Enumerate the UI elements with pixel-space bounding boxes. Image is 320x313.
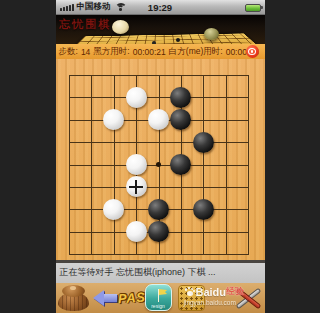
white-time-label: 白方(me)用时: [169, 46, 223, 58]
game-info-bar: 步数: 14 黑方用时: 00:00:21 白方(me)用时: 00:00:13 [56, 44, 265, 59]
white-stone [103, 199, 124, 220]
ios-status-bar: 中国移动 19:29 [56, 0, 265, 15]
black-stone [148, 199, 169, 220]
black-stone [170, 109, 191, 130]
resign-label: resign [146, 303, 171, 309]
black-time-label: 黑方用时: [93, 46, 129, 58]
white-stone [148, 109, 169, 130]
flag-icon [158, 289, 160, 302]
header-banner: 忘忧围棋 [56, 15, 265, 44]
tools-button[interactable] [234, 285, 264, 312]
stones-grid[interactable] [58, 64, 260, 266]
clock-label: 19:29 [56, 2, 265, 13]
waiting-status-message: 正在等待对手 忘忧围棋(iphone) 下棋 ... [56, 263, 265, 283]
white-stone [126, 87, 147, 108]
battery-icon [245, 4, 261, 12]
photo-stone [176, 38, 180, 42]
flag-icon [159, 289, 167, 295]
territory-count-button[interactable] [178, 285, 205, 311]
white-stone [103, 109, 124, 130]
last-move-marker [126, 176, 147, 197]
black-stone [148, 221, 169, 242]
black-stone [170, 87, 191, 108]
black-stone [193, 199, 214, 220]
moves-label: 步数: [59, 46, 78, 58]
goban-photo [56, 33, 265, 44]
bottom-toolbar: PASS resign Baidu 经验 jingyan.baidu.com [56, 283, 265, 313]
white-stone [126, 154, 147, 175]
moves-value: 14 [81, 47, 90, 57]
white-stone-bowl-photo [112, 20, 129, 34]
app-screen: 中国移动 19:29 忘忧围棋 步数: 14 黑方用时: 00:00:21 白方… [56, 0, 265, 313]
app-title: 忘忧围棋 [60, 17, 112, 32]
go-board[interactable] [56, 59, 265, 260]
black-stone [170, 154, 191, 175]
white-stone [126, 221, 147, 242]
black-stone [193, 132, 214, 153]
stone-bowl-button[interactable] [58, 285, 89, 311]
white-stone [126, 176, 147, 197]
weibo-share-icon[interactable] [246, 45, 259, 58]
black-time-value: 00:00:21 [133, 47, 166, 57]
back-arrow-button[interactable] [93, 290, 118, 306]
black-stone-bowl-photo [204, 28, 219, 40]
resign-button[interactable]: resign [145, 284, 172, 311]
